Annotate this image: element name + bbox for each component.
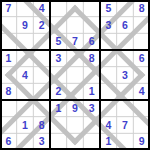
cell-r5c5[interactable] — [67, 67, 84, 84]
cell-r9c6[interactable] — [83, 133, 100, 150]
cell-r9c4[interactable] — [50, 133, 67, 150]
cell-r9c1[interactable]: 6 — [0, 133, 17, 150]
cell-r9c5[interactable] — [67, 133, 84, 150]
cell-r5c3[interactable] — [33, 67, 50, 84]
cell-r6c1[interactable]: 8 — [0, 83, 17, 100]
cell-r6c7[interactable] — [100, 83, 117, 100]
cell-r9c9[interactable]: 9 — [133, 133, 150, 150]
given-digit: 1 — [89, 86, 95, 97]
cell-r3c3[interactable] — [33, 33, 50, 50]
given-digit: 7 — [5, 3, 11, 14]
cell-r3c9[interactable] — [133, 33, 150, 50]
given-digit: 1 — [105, 136, 111, 147]
given-digit: 5 — [105, 3, 111, 14]
cell-r6c2[interactable] — [17, 83, 34, 100]
cell-r7c1[interactable] — [0, 100, 17, 117]
cell-r7c8[interactable] — [117, 100, 134, 117]
cell-r3c2[interactable] — [17, 33, 34, 50]
cell-r5c9[interactable] — [133, 67, 150, 84]
cell-r4c8[interactable] — [117, 50, 134, 67]
given-digit: 7 — [72, 36, 78, 47]
cell-r6c4[interactable]: 2 — [50, 83, 67, 100]
cell-r4c1[interactable]: 1 — [0, 50, 17, 67]
cell-r2c2[interactable]: 9 — [17, 17, 34, 34]
cell-r9c8[interactable] — [117, 133, 134, 150]
cell-r8c9[interactable] — [133, 117, 150, 134]
cell-r9c7[interactable]: 1 — [100, 133, 117, 150]
cell-r2c7[interactable]: 3 — [100, 17, 117, 34]
cell-r8c2[interactable]: 1 — [17, 117, 34, 134]
cell-r4c6[interactable]: 8 — [83, 50, 100, 67]
cell-r3c6[interactable]: 6 — [83, 33, 100, 50]
cell-r1c2[interactable] — [17, 0, 34, 17]
cell-r2c5[interactable] — [67, 17, 84, 34]
given-digit: 6 — [122, 20, 128, 31]
cell-r1c6[interactable] — [83, 0, 100, 17]
cell-r7c3[interactable] — [33, 100, 50, 117]
cell-r5c4[interactable] — [50, 67, 67, 84]
cell-r4c2[interactable] — [17, 50, 34, 67]
cell-r8c4[interactable] — [50, 117, 67, 134]
cell-r5c2[interactable]: 4 — [17, 67, 34, 84]
given-digit: 8 — [5, 86, 11, 97]
cell-r4c3[interactable] — [33, 50, 50, 67]
given-digit: 3 — [105, 20, 111, 31]
given-digit: 4 — [22, 70, 28, 81]
given-digit: 1 — [5, 53, 11, 64]
given-digit: 6 — [89, 36, 95, 47]
argyle-sudoku-board: 74589236576138643821419318476319 — [0, 0, 150, 150]
sudoku-cell-grid: 74589236576138643821419318476319 — [0, 0, 150, 150]
given-digit: 7 — [122, 120, 128, 131]
cell-r3c1[interactable] — [0, 33, 17, 50]
cell-r7c7[interactable] — [100, 100, 117, 117]
given-digit: 1 — [22, 120, 28, 131]
cell-r1c8[interactable] — [117, 0, 134, 17]
cell-r1c9[interactable]: 8 — [133, 0, 150, 17]
given-digit: 8 — [139, 3, 145, 14]
given-digit: 3 — [55, 53, 61, 64]
cell-r3c5[interactable]: 7 — [67, 33, 84, 50]
cell-r5c1[interactable] — [0, 67, 17, 84]
cell-r2c8[interactable]: 6 — [117, 17, 134, 34]
cell-r1c1[interactable]: 7 — [0, 0, 17, 17]
cell-r6c3[interactable] — [33, 83, 50, 100]
given-digit: 2 — [55, 86, 61, 97]
cell-r4c4[interactable]: 3 — [50, 50, 67, 67]
cell-r7c6[interactable]: 3 — [83, 100, 100, 117]
cell-r1c3[interactable]: 4 — [33, 0, 50, 17]
cell-r6c8[interactable] — [117, 83, 134, 100]
cell-r1c7[interactable]: 5 — [100, 0, 117, 17]
given-digit: 4 — [39, 3, 45, 14]
cell-r5c6[interactable] — [83, 67, 100, 84]
cell-r9c2[interactable] — [17, 133, 34, 150]
given-digit: 6 — [139, 53, 145, 64]
given-digit: 3 — [122, 70, 128, 81]
cell-r2c4[interactable] — [50, 17, 67, 34]
given-digit: 3 — [39, 136, 45, 147]
cell-r8c7[interactable]: 4 — [100, 117, 117, 134]
given-digit: 4 — [105, 120, 111, 131]
given-digit: 9 — [72, 103, 78, 114]
cell-r7c5[interactable]: 9 — [67, 100, 84, 117]
given-digit: 2 — [39, 20, 45, 31]
cell-r8c8[interactable]: 7 — [117, 117, 134, 134]
cell-r5c7[interactable] — [100, 67, 117, 84]
cell-r2c9[interactable] — [133, 17, 150, 34]
given-digit: 8 — [39, 120, 45, 131]
cell-r3c7[interactable] — [100, 33, 117, 50]
cell-r9c3[interactable]: 3 — [33, 133, 50, 150]
cell-r2c6[interactable] — [83, 17, 100, 34]
cell-r6c6[interactable]: 1 — [83, 83, 100, 100]
cell-r8c5[interactable] — [67, 117, 84, 134]
cell-r7c9[interactable] — [133, 100, 150, 117]
cell-r1c5[interactable] — [67, 0, 84, 17]
cell-r2c1[interactable] — [0, 17, 17, 34]
cell-r3c8[interactable] — [117, 33, 134, 50]
given-digit: 9 — [22, 20, 28, 31]
given-digit: 5 — [55, 36, 61, 47]
cell-r6c5[interactable] — [67, 83, 84, 100]
cell-r5c8[interactable]: 3 — [117, 67, 134, 84]
cell-r2c3[interactable]: 2 — [33, 17, 50, 34]
given-digit: 3 — [89, 103, 95, 114]
cell-r3c4[interactable]: 5 — [50, 33, 67, 50]
given-digit: 6 — [5, 136, 11, 147]
cell-r1c4[interactable] — [50, 0, 67, 17]
given-digit: 1 — [55, 103, 61, 114]
cell-r8c3[interactable]: 8 — [33, 117, 50, 134]
given-digit: 9 — [139, 136, 145, 147]
cell-r7c4[interactable]: 1 — [50, 100, 67, 117]
cell-r8c6[interactable] — [83, 117, 100, 134]
given-digit: 4 — [139, 86, 145, 97]
cell-r4c9[interactable]: 6 — [133, 50, 150, 67]
cell-r8c1[interactable] — [0, 117, 17, 134]
given-digit: 8 — [89, 53, 95, 64]
cell-r4c7[interactable] — [100, 50, 117, 67]
cell-r7c2[interactable] — [17, 100, 34, 117]
cell-r6c9[interactable]: 4 — [133, 83, 150, 100]
cell-r4c5[interactable] — [67, 50, 84, 67]
